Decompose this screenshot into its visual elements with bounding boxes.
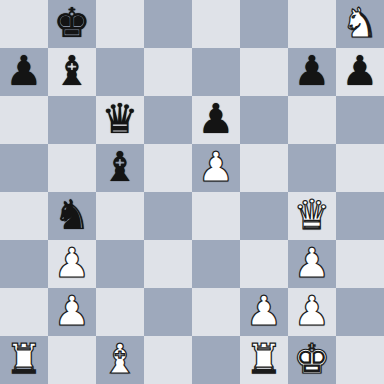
- square-f3[interactable]: [240, 240, 288, 288]
- square-d3[interactable]: [144, 240, 192, 288]
- square-g4[interactable]: ♛: [288, 192, 336, 240]
- piece-black-pawn: ♟: [198, 95, 235, 143]
- piece-white-queen: ♛: [294, 191, 331, 239]
- piece-white-pawn: ♟: [246, 287, 283, 335]
- piece-black-bishop: ♝: [102, 143, 139, 191]
- square-c3[interactable]: [96, 240, 144, 288]
- square-c8[interactable]: [96, 0, 144, 48]
- square-b3[interactable]: ♟: [48, 240, 96, 288]
- square-c2[interactable]: [96, 288, 144, 336]
- square-b2[interactable]: ♟: [48, 288, 96, 336]
- square-b1[interactable]: [48, 336, 96, 384]
- piece-white-king: ♚: [294, 335, 331, 383]
- square-f6[interactable]: [240, 96, 288, 144]
- square-g3[interactable]: ♟: [288, 240, 336, 288]
- square-c4[interactable]: [96, 192, 144, 240]
- piece-white-bishop: ♝: [102, 335, 139, 383]
- square-f4[interactable]: [240, 192, 288, 240]
- piece-black-bishop: ♝: [54, 47, 91, 95]
- square-e6[interactable]: ♟: [192, 96, 240, 144]
- square-g8[interactable]: [288, 0, 336, 48]
- piece-white-pawn: ♟: [54, 239, 91, 287]
- square-h3[interactable]: [336, 240, 384, 288]
- square-h7[interactable]: ♟: [336, 48, 384, 96]
- square-a3[interactable]: [0, 240, 48, 288]
- piece-black-pawn: ♟: [342, 47, 379, 95]
- square-e1[interactable]: [192, 336, 240, 384]
- square-d2[interactable]: [144, 288, 192, 336]
- square-c7[interactable]: [96, 48, 144, 96]
- square-e8[interactable]: [192, 0, 240, 48]
- square-g6[interactable]: [288, 96, 336, 144]
- piece-black-pawn: ♟: [294, 47, 331, 95]
- square-f5[interactable]: [240, 144, 288, 192]
- piece-white-knight: ♞: [342, 0, 379, 47]
- square-b6[interactable]: [48, 96, 96, 144]
- square-a7[interactable]: ♟: [0, 48, 48, 96]
- square-a5[interactable]: [0, 144, 48, 192]
- square-a1[interactable]: ♜: [0, 336, 48, 384]
- piece-white-pawn: ♟: [294, 239, 331, 287]
- square-h8[interactable]: ♞: [336, 0, 384, 48]
- piece-white-rook: ♜: [246, 335, 283, 383]
- square-h5[interactable]: [336, 144, 384, 192]
- square-g2[interactable]: ♟: [288, 288, 336, 336]
- chess-board: ♚♞♟♝♟♟♛♟♝♟♞♛♟♟♟♟♟♜♝♜♚: [0, 0, 384, 384]
- square-g5[interactable]: [288, 144, 336, 192]
- square-c5[interactable]: ♝: [96, 144, 144, 192]
- square-d1[interactable]: [144, 336, 192, 384]
- square-c6[interactable]: ♛: [96, 96, 144, 144]
- piece-white-rook: ♜: [6, 335, 43, 383]
- square-g7[interactable]: ♟: [288, 48, 336, 96]
- square-a8[interactable]: [0, 0, 48, 48]
- piece-white-pawn: ♟: [198, 143, 235, 191]
- square-f7[interactable]: [240, 48, 288, 96]
- square-a2[interactable]: [0, 288, 48, 336]
- square-d8[interactable]: [144, 0, 192, 48]
- square-f1[interactable]: ♜: [240, 336, 288, 384]
- square-f8[interactable]: [240, 0, 288, 48]
- piece-white-pawn: ♟: [54, 287, 91, 335]
- square-h4[interactable]: [336, 192, 384, 240]
- square-b7[interactable]: ♝: [48, 48, 96, 96]
- piece-white-pawn: ♟: [294, 287, 331, 335]
- square-d5[interactable]: [144, 144, 192, 192]
- piece-black-knight: ♞: [54, 191, 91, 239]
- square-h2[interactable]: [336, 288, 384, 336]
- square-e5[interactable]: ♟: [192, 144, 240, 192]
- square-d4[interactable]: [144, 192, 192, 240]
- square-f2[interactable]: ♟: [240, 288, 288, 336]
- square-b4[interactable]: ♞: [48, 192, 96, 240]
- piece-black-queen: ♛: [102, 95, 139, 143]
- square-a6[interactable]: [0, 96, 48, 144]
- square-e4[interactable]: [192, 192, 240, 240]
- square-h6[interactable]: [336, 96, 384, 144]
- square-g1[interactable]: ♚: [288, 336, 336, 384]
- piece-black-king: ♚: [54, 0, 91, 47]
- square-e2[interactable]: [192, 288, 240, 336]
- square-a4[interactable]: [0, 192, 48, 240]
- square-h1[interactable]: [336, 336, 384, 384]
- piece-black-pawn: ♟: [6, 47, 43, 95]
- square-c1[interactable]: ♝: [96, 336, 144, 384]
- square-e3[interactable]: [192, 240, 240, 288]
- square-b5[interactable]: [48, 144, 96, 192]
- square-b8[interactable]: ♚: [48, 0, 96, 48]
- square-e7[interactable]: [192, 48, 240, 96]
- square-d6[interactable]: [144, 96, 192, 144]
- square-d7[interactable]: [144, 48, 192, 96]
